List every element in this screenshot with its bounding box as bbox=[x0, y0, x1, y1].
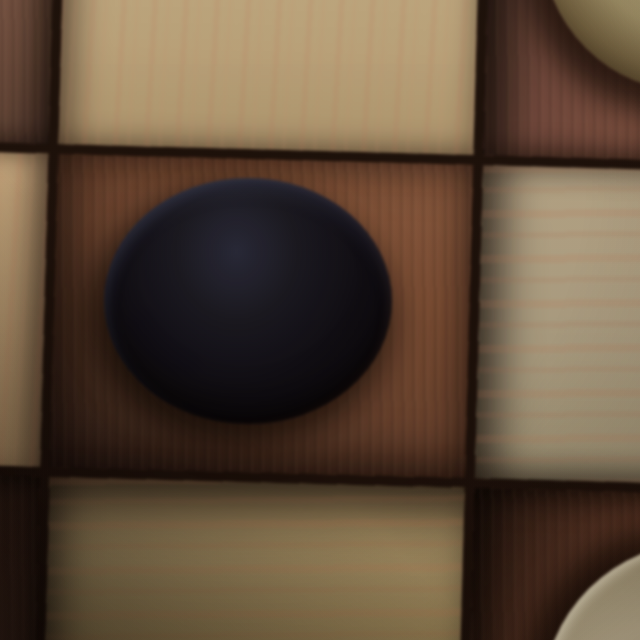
board-photo-scene: Wooden checkers board close-up: a black … bbox=[0, 0, 640, 640]
square-light-bottom bbox=[44, 477, 465, 640]
photo-layer bbox=[0, 0, 640, 640]
square-light-left bbox=[0, 151, 48, 467]
square-dark-top-left[interactable] bbox=[0, 0, 55, 144]
square-light-right bbox=[475, 165, 640, 484]
square-dark-bottom-left[interactable] bbox=[0, 473, 40, 640]
square-light-top bbox=[59, 0, 480, 155]
black-man-piece[interactable] bbox=[104, 178, 392, 424]
